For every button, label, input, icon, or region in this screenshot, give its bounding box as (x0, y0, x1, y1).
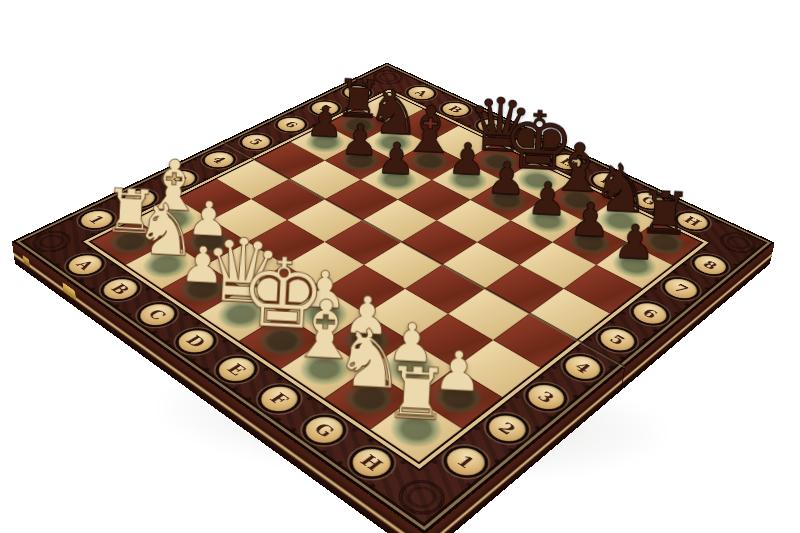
file-label-A: A (58, 249, 112, 281)
rank-label-6: 6 (623, 296, 676, 330)
scroll-carving-icon (389, 473, 454, 521)
file-label-G: G (293, 409, 355, 452)
file-label-H: H (340, 440, 403, 485)
file-label-B: B (93, 273, 148, 306)
white-rook-h1[interactable]: ♜ (383, 357, 451, 432)
black-pawn-c6[interactable]: ♟ (375, 136, 416, 182)
square-f5[interactable] (442, 242, 519, 289)
rank-label-3: 3 (517, 377, 575, 417)
chess-board: ABCDEFGH ABCDEFGH 87654321 87654321 ♛♚♝♞… (12, 62, 775, 533)
camera-tilt: ABCDEFGH ABCDEFGH 87654321 87654321 ♛♚♝♞… (0, 0, 800, 533)
chess-set-photo: ABCDEFGH ABCDEFGH 87654321 87654321 ♛♚♝♞… (0, 0, 800, 533)
brass-clasp (62, 282, 76, 301)
black-pawn-d7[interactable]: ♟ (446, 136, 487, 182)
black-pawn-g7[interactable]: ♟ (568, 196, 612, 244)
black-pawn-h7[interactable]: ♟ (612, 217, 657, 267)
file-label-E: E (207, 350, 266, 389)
black-pawn-b6[interactable]: ♟ (339, 117, 380, 162)
rank-label-2: 2 (477, 407, 537, 450)
black-pawn-a6[interactable]: ♟ (305, 100, 345, 144)
black-pawn-e7[interactable]: ♟ (485, 155, 527, 201)
file-label-C: C (129, 297, 185, 332)
rank-label-1: 1 (435, 439, 497, 484)
fold-seam-side (620, 367, 625, 391)
file-label-D: D (167, 323, 224, 360)
brass-hinge (23, 255, 31, 267)
rank-label-8: 8 (685, 250, 735, 281)
rank-label-7: 7 (655, 272, 707, 304)
black-pawn-f7[interactable]: ♟ (526, 175, 569, 222)
square-e5[interactable] (401, 220, 477, 264)
file-label-F: F (249, 379, 309, 420)
